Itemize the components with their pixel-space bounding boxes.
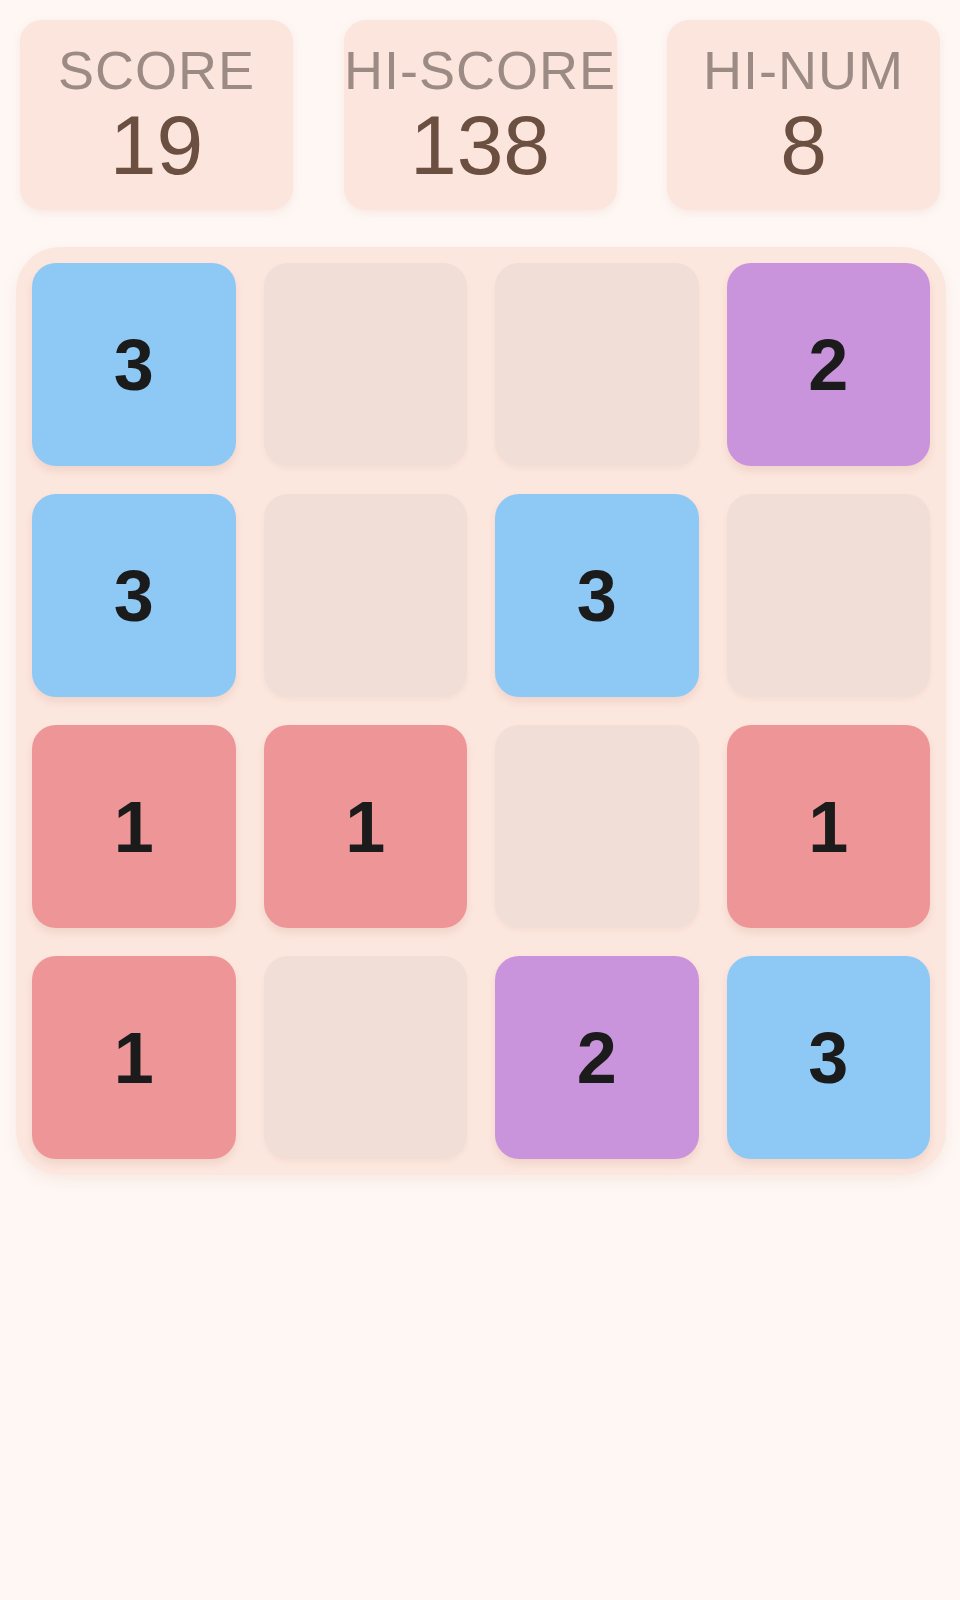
hi-num-label: HI-NUM: [703, 43, 904, 97]
scoreboard: SCORE 19 HI-SCORE 138 HI-NUM 8: [0, 0, 960, 210]
tile-1: 1: [727, 725, 931, 928]
hi-num-box: HI-NUM 8: [667, 20, 940, 210]
tile-3: 3: [727, 956, 931, 1159]
tile-3: 3: [32, 263, 236, 466]
empty-cell: [264, 956, 468, 1159]
tile-2: 2: [495, 956, 699, 1159]
score-label: SCORE: [58, 43, 255, 97]
game-board[interactable]: 3233111123: [16, 247, 946, 1175]
empty-cell: [264, 263, 468, 466]
score-value: 19: [110, 103, 203, 187]
hi-score-box: HI-SCORE 138: [344, 20, 617, 210]
hi-score-label: HI-SCORE: [344, 43, 616, 97]
tile-1: 1: [264, 725, 468, 928]
tile-1: 1: [32, 956, 236, 1159]
score-box: SCORE 19: [20, 20, 293, 210]
tile-2: 2: [727, 263, 931, 466]
hi-num-value: 8: [780, 103, 827, 187]
hi-score-value: 138: [410, 103, 550, 187]
empty-cell: [495, 263, 699, 466]
empty-cell: [495, 725, 699, 928]
tile-1: 1: [32, 725, 236, 928]
tile-3: 3: [32, 494, 236, 697]
empty-cell: [727, 494, 931, 697]
empty-cell: [264, 494, 468, 697]
tile-3: 3: [495, 494, 699, 697]
